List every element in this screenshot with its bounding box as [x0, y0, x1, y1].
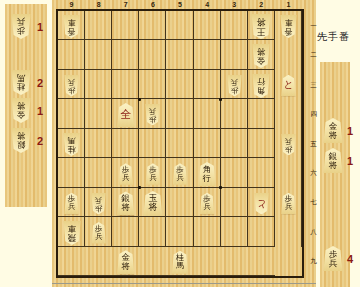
board-square[interactable]	[275, 99, 302, 128]
board-square[interactable]	[194, 70, 221, 99]
board-square[interactable]	[112, 217, 139, 246]
star-point	[219, 98, 222, 101]
rank-label: 七	[309, 198, 318, 207]
piece-pawn[interactable]: 歩兵	[91, 193, 106, 215]
file-label: 9	[58, 0, 85, 9]
board-square[interactable]	[194, 99, 221, 128]
piece-pawn[interactable]: 歩兵	[64, 75, 79, 97]
sente-hand-count: 1	[347, 155, 353, 167]
board-square[interactable]	[85, 99, 112, 128]
board-square[interactable]	[166, 40, 193, 69]
board-square[interactable]	[221, 99, 248, 128]
board-square[interactable]	[221, 247, 248, 276]
piece-tokin[interactable]: と	[254, 193, 269, 215]
file-label: 6	[139, 0, 166, 9]
rank-label: 二	[309, 51, 318, 60]
board-panel-edge	[52, 283, 316, 284]
board-square[interactable]	[194, 247, 221, 276]
board-square[interactable]	[221, 158, 248, 187]
board-square[interactable]	[275, 247, 302, 276]
board-panel: 987654321一二三四五六七八九	[52, 0, 316, 287]
board-square[interactable]	[194, 11, 221, 40]
board-square[interactable]	[166, 129, 193, 158]
board-square[interactable]	[85, 247, 112, 276]
board-square[interactable]	[139, 217, 166, 246]
sente-hand-count: 4	[347, 253, 353, 265]
board-square[interactable]	[58, 40, 85, 69]
board-square[interactable]	[112, 11, 139, 40]
board-square[interactable]	[85, 129, 112, 158]
board-square[interactable]	[166, 99, 193, 128]
piece-pawn[interactable]: 歩兵	[281, 134, 296, 156]
star-point	[138, 98, 141, 101]
board-square[interactable]	[221, 11, 248, 40]
board-square[interactable]	[166, 11, 193, 40]
board-square[interactable]	[194, 129, 221, 158]
board-square[interactable]	[194, 40, 221, 69]
board-square[interactable]	[248, 247, 275, 276]
rank-label: 五	[309, 140, 318, 149]
board-square[interactable]	[221, 217, 248, 246]
board-square[interactable]	[275, 217, 302, 246]
board-square[interactable]	[139, 11, 166, 40]
board-square[interactable]	[139, 247, 166, 276]
board-square[interactable]	[85, 11, 112, 40]
sente-hand-count: 1	[347, 125, 353, 137]
board-square[interactable]	[139, 129, 166, 158]
board-square[interactable]	[248, 217, 275, 246]
star-point	[138, 186, 141, 189]
file-label: 8	[85, 0, 112, 9]
board-square[interactable]	[85, 158, 112, 187]
file-label: 5	[166, 0, 193, 9]
board-square[interactable]	[112, 70, 139, 99]
rank-label: 四	[309, 110, 318, 119]
board-square[interactable]	[166, 188, 193, 217]
board-square[interactable]	[58, 99, 85, 128]
rank-label: 三	[309, 81, 318, 90]
board-square[interactable]	[85, 40, 112, 69]
board-square[interactable]	[58, 158, 85, 187]
board-square[interactable]	[248, 129, 275, 158]
gote-hand-count: 2	[37, 77, 43, 89]
board-square[interactable]	[221, 40, 248, 69]
turn-indicator: 先手番	[317, 30, 359, 44]
board-square[interactable]	[166, 70, 193, 99]
board-square[interactable]	[275, 158, 302, 187]
rank-label: 六	[309, 169, 318, 178]
file-label: 2	[248, 0, 275, 9]
gote-hand-count: 1	[37, 105, 43, 117]
rank-label: 八	[309, 228, 318, 237]
board-square[interactable]	[194, 217, 221, 246]
board-square[interactable]	[275, 40, 302, 69]
file-label: 3	[221, 0, 248, 9]
file-label: 7	[112, 0, 139, 9]
board-square[interactable]	[248, 158, 275, 187]
board-square[interactable]	[139, 70, 166, 99]
board-square[interactable]	[166, 217, 193, 246]
file-label: 1	[275, 0, 302, 9]
board-square[interactable]	[221, 129, 248, 158]
file-label: 4	[194, 0, 221, 9]
shogi-app-window: 987654321一二三四五六七八九 先手番 香車王将香車金将歩兵歩兵角行と全歩…	[0, 0, 360, 287]
board-square[interactable]	[85, 70, 112, 99]
board-square[interactable]	[112, 129, 139, 158]
board-square[interactable]	[58, 247, 85, 276]
star-point	[219, 186, 222, 189]
gote-hand-count: 1	[37, 21, 43, 33]
rank-label: 九	[309, 257, 318, 266]
board-square[interactable]	[248, 99, 275, 128]
piece-bishop[interactable]: 角行	[252, 74, 270, 98]
gote-hand-count: 2	[37, 135, 43, 147]
board-square[interactable]	[221, 188, 248, 217]
board-square[interactable]	[112, 40, 139, 69]
board-square[interactable]	[139, 40, 166, 69]
